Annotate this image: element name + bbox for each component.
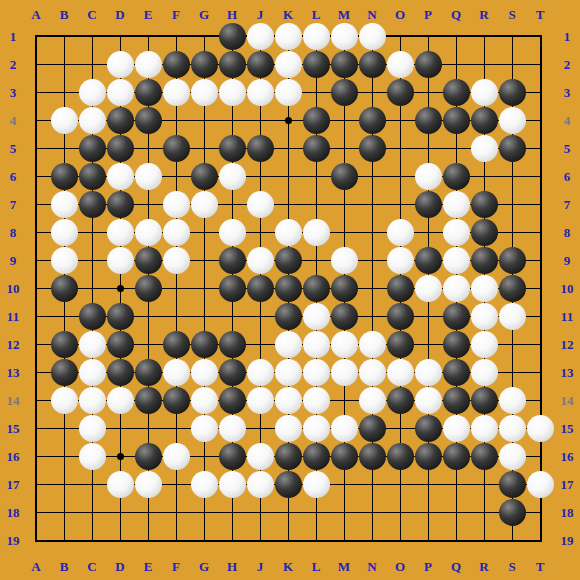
intersection-P14[interactable] — [414, 386, 442, 414]
intersection-S14[interactable] — [498, 386, 526, 414]
intersection-B9[interactable] — [50, 246, 78, 274]
intersection-G4[interactable] — [190, 106, 218, 134]
intersection-L17[interactable] — [302, 470, 330, 498]
intersection-L10[interactable] — [302, 274, 330, 302]
intersection-C6[interactable] — [78, 162, 106, 190]
intersection-N4[interactable] — [358, 106, 386, 134]
intersection-N17[interactable] — [358, 470, 386, 498]
intersection-O12[interactable] — [386, 330, 414, 358]
intersection-C13[interactable] — [78, 358, 106, 386]
intersection-F19[interactable] — [162, 526, 190, 554]
intersection-M14[interactable] — [330, 386, 358, 414]
intersection-B18[interactable] — [50, 498, 78, 526]
intersection-R9[interactable] — [470, 246, 498, 274]
intersection-F6[interactable] — [162, 162, 190, 190]
intersection-L1[interactable] — [302, 22, 330, 50]
intersection-C2[interactable] — [78, 50, 106, 78]
intersection-T3[interactable] — [526, 78, 554, 106]
intersection-D7[interactable] — [106, 190, 134, 218]
intersection-G6[interactable] — [190, 162, 218, 190]
intersection-E12[interactable] — [134, 330, 162, 358]
intersection-R5[interactable] — [470, 134, 498, 162]
intersection-M3[interactable] — [330, 78, 358, 106]
intersection-K12[interactable] — [274, 330, 302, 358]
intersection-G5[interactable] — [190, 134, 218, 162]
intersection-D15[interactable] — [106, 414, 134, 442]
intersection-A17[interactable] — [22, 470, 50, 498]
intersection-G18[interactable] — [190, 498, 218, 526]
intersection-L4[interactable] — [302, 106, 330, 134]
intersection-E1[interactable] — [134, 22, 162, 50]
intersection-N11[interactable] — [358, 302, 386, 330]
intersection-R11[interactable] — [470, 302, 498, 330]
intersection-Q7[interactable] — [442, 190, 470, 218]
intersection-L7[interactable] — [302, 190, 330, 218]
intersection-E15[interactable] — [134, 414, 162, 442]
intersection-O14[interactable] — [386, 386, 414, 414]
intersection-G13[interactable] — [190, 358, 218, 386]
intersection-M17[interactable] — [330, 470, 358, 498]
intersection-G19[interactable] — [190, 526, 218, 554]
intersection-S3[interactable] — [498, 78, 526, 106]
intersection-K14[interactable] — [274, 386, 302, 414]
intersection-H17[interactable] — [218, 470, 246, 498]
intersection-P6[interactable] — [414, 162, 442, 190]
intersection-G9[interactable] — [190, 246, 218, 274]
intersection-N18[interactable] — [358, 498, 386, 526]
intersection-G17[interactable] — [190, 470, 218, 498]
intersection-M18[interactable] — [330, 498, 358, 526]
intersection-G7[interactable] — [190, 190, 218, 218]
intersection-M1[interactable] — [330, 22, 358, 50]
intersection-Q3[interactable] — [442, 78, 470, 106]
intersection-A3[interactable] — [22, 78, 50, 106]
intersection-L6[interactable] — [302, 162, 330, 190]
intersection-Q6[interactable] — [442, 162, 470, 190]
intersection-K17[interactable] — [274, 470, 302, 498]
intersection-B8[interactable] — [50, 218, 78, 246]
intersection-M13[interactable] — [330, 358, 358, 386]
intersection-T13[interactable] — [526, 358, 554, 386]
intersection-H19[interactable] — [218, 526, 246, 554]
intersection-H7[interactable] — [218, 190, 246, 218]
intersection-L19[interactable] — [302, 526, 330, 554]
intersection-D18[interactable] — [106, 498, 134, 526]
intersection-A5[interactable] — [22, 134, 50, 162]
intersection-E4[interactable] — [134, 106, 162, 134]
intersection-L13[interactable] — [302, 358, 330, 386]
intersection-D12[interactable] — [106, 330, 134, 358]
intersection-M7[interactable] — [330, 190, 358, 218]
intersection-E16[interactable] — [134, 442, 162, 470]
intersection-O16[interactable] — [386, 442, 414, 470]
intersection-T6[interactable] — [526, 162, 554, 190]
intersection-R13[interactable] — [470, 358, 498, 386]
intersection-T15[interactable] — [526, 414, 554, 442]
intersection-A13[interactable] — [22, 358, 50, 386]
intersection-O1[interactable] — [386, 22, 414, 50]
intersection-B7[interactable] — [50, 190, 78, 218]
intersection-K8[interactable] — [274, 218, 302, 246]
intersection-T12[interactable] — [526, 330, 554, 358]
intersection-D9[interactable] — [106, 246, 134, 274]
intersection-D8[interactable] — [106, 218, 134, 246]
intersection-A19[interactable] — [22, 526, 50, 554]
intersection-C14[interactable] — [78, 386, 106, 414]
intersection-M10[interactable] — [330, 274, 358, 302]
intersection-S19[interactable] — [498, 526, 526, 554]
intersection-F5[interactable] — [162, 134, 190, 162]
intersection-H10[interactable] — [218, 274, 246, 302]
intersection-P1[interactable] — [414, 22, 442, 50]
intersection-S4[interactable] — [498, 106, 526, 134]
intersection-C9[interactable] — [78, 246, 106, 274]
intersection-K7[interactable] — [274, 190, 302, 218]
intersection-T2[interactable] — [526, 50, 554, 78]
intersection-Q15[interactable] — [442, 414, 470, 442]
intersection-B17[interactable] — [50, 470, 78, 498]
intersection-R16[interactable] — [470, 442, 498, 470]
intersection-G10[interactable] — [190, 274, 218, 302]
intersection-T5[interactable] — [526, 134, 554, 162]
intersection-T16[interactable] — [526, 442, 554, 470]
intersection-A15[interactable] — [22, 414, 50, 442]
intersection-O10[interactable] — [386, 274, 414, 302]
intersection-D19[interactable] — [106, 526, 134, 554]
intersection-J18[interactable] — [246, 498, 274, 526]
intersection-D17[interactable] — [106, 470, 134, 498]
intersection-T14[interactable] — [526, 386, 554, 414]
intersection-S12[interactable] — [498, 330, 526, 358]
intersection-G12[interactable] — [190, 330, 218, 358]
intersection-P9[interactable] — [414, 246, 442, 274]
intersection-Q19[interactable] — [442, 526, 470, 554]
intersection-G1[interactable] — [190, 22, 218, 50]
intersection-H14[interactable] — [218, 386, 246, 414]
intersection-T18[interactable] — [526, 498, 554, 526]
intersection-R8[interactable] — [470, 218, 498, 246]
intersection-N1[interactable] — [358, 22, 386, 50]
intersection-D14[interactable] — [106, 386, 134, 414]
intersection-E14[interactable] — [134, 386, 162, 414]
intersection-H9[interactable] — [218, 246, 246, 274]
intersection-B13[interactable] — [50, 358, 78, 386]
intersection-N13[interactable] — [358, 358, 386, 386]
intersection-B16[interactable] — [50, 442, 78, 470]
intersection-B2[interactable] — [50, 50, 78, 78]
board-intersections[interactable] — [22, 22, 554, 554]
intersection-C3[interactable] — [78, 78, 106, 106]
intersection-K2[interactable] — [274, 50, 302, 78]
intersection-S6[interactable] — [498, 162, 526, 190]
intersection-Q18[interactable] — [442, 498, 470, 526]
intersection-E13[interactable] — [134, 358, 162, 386]
intersection-P18[interactable] — [414, 498, 442, 526]
intersection-B6[interactable] — [50, 162, 78, 190]
intersection-J17[interactable] — [246, 470, 274, 498]
intersection-D4[interactable] — [106, 106, 134, 134]
intersection-L18[interactable] — [302, 498, 330, 526]
intersection-D11[interactable] — [106, 302, 134, 330]
intersection-R17[interactable] — [470, 470, 498, 498]
intersection-A12[interactable] — [22, 330, 50, 358]
intersection-S15[interactable] — [498, 414, 526, 442]
intersection-O6[interactable] — [386, 162, 414, 190]
intersection-A9[interactable] — [22, 246, 50, 274]
intersection-Q13[interactable] — [442, 358, 470, 386]
intersection-R6[interactable] — [470, 162, 498, 190]
intersection-F8[interactable] — [162, 218, 190, 246]
intersection-S10[interactable] — [498, 274, 526, 302]
intersection-M11[interactable] — [330, 302, 358, 330]
intersection-H13[interactable] — [218, 358, 246, 386]
intersection-O9[interactable] — [386, 246, 414, 274]
intersection-M12[interactable] — [330, 330, 358, 358]
intersection-J5[interactable] — [246, 134, 274, 162]
intersection-F11[interactable] — [162, 302, 190, 330]
intersection-R4[interactable] — [470, 106, 498, 134]
intersection-O3[interactable] — [386, 78, 414, 106]
intersection-C18[interactable] — [78, 498, 106, 526]
intersection-G16[interactable] — [190, 442, 218, 470]
intersection-J13[interactable] — [246, 358, 274, 386]
intersection-B11[interactable] — [50, 302, 78, 330]
intersection-J10[interactable] — [246, 274, 274, 302]
intersection-D16[interactable] — [106, 442, 134, 470]
intersection-N6[interactable] — [358, 162, 386, 190]
intersection-R10[interactable] — [470, 274, 498, 302]
intersection-N3[interactable] — [358, 78, 386, 106]
intersection-K15[interactable] — [274, 414, 302, 442]
intersection-O4[interactable] — [386, 106, 414, 134]
intersection-E3[interactable] — [134, 78, 162, 106]
intersection-T10[interactable] — [526, 274, 554, 302]
intersection-S17[interactable] — [498, 470, 526, 498]
intersection-O18[interactable] — [386, 498, 414, 526]
intersection-S8[interactable] — [498, 218, 526, 246]
intersection-T11[interactable] — [526, 302, 554, 330]
intersection-T8[interactable] — [526, 218, 554, 246]
intersection-J2[interactable] — [246, 50, 274, 78]
intersection-F7[interactable] — [162, 190, 190, 218]
intersection-S1[interactable] — [498, 22, 526, 50]
intersection-D3[interactable] — [106, 78, 134, 106]
intersection-C10[interactable] — [78, 274, 106, 302]
intersection-N15[interactable] — [358, 414, 386, 442]
intersection-F18[interactable] — [162, 498, 190, 526]
intersection-F15[interactable] — [162, 414, 190, 442]
intersection-N9[interactable] — [358, 246, 386, 274]
intersection-D1[interactable] — [106, 22, 134, 50]
intersection-F3[interactable] — [162, 78, 190, 106]
intersection-J4[interactable] — [246, 106, 274, 134]
intersection-H1[interactable] — [218, 22, 246, 50]
intersection-Q4[interactable] — [442, 106, 470, 134]
intersection-A2[interactable] — [22, 50, 50, 78]
intersection-R3[interactable] — [470, 78, 498, 106]
intersection-F12[interactable] — [162, 330, 190, 358]
intersection-S5[interactable] — [498, 134, 526, 162]
intersection-K10[interactable] — [274, 274, 302, 302]
intersection-H16[interactable] — [218, 442, 246, 470]
intersection-C8[interactable] — [78, 218, 106, 246]
intersection-P16[interactable] — [414, 442, 442, 470]
intersection-T1[interactable] — [526, 22, 554, 50]
intersection-E7[interactable] — [134, 190, 162, 218]
intersection-H8[interactable] — [218, 218, 246, 246]
intersection-C4[interactable] — [78, 106, 106, 134]
intersection-J1[interactable] — [246, 22, 274, 50]
intersection-J19[interactable] — [246, 526, 274, 554]
intersection-C5[interactable] — [78, 134, 106, 162]
intersection-P15[interactable] — [414, 414, 442, 442]
intersection-R15[interactable] — [470, 414, 498, 442]
intersection-T9[interactable] — [526, 246, 554, 274]
intersection-J12[interactable] — [246, 330, 274, 358]
intersection-P4[interactable] — [414, 106, 442, 134]
intersection-O13[interactable] — [386, 358, 414, 386]
intersection-O11[interactable] — [386, 302, 414, 330]
intersection-Q14[interactable] — [442, 386, 470, 414]
intersection-D13[interactable] — [106, 358, 134, 386]
intersection-S18[interactable] — [498, 498, 526, 526]
intersection-E10[interactable] — [134, 274, 162, 302]
intersection-A14[interactable] — [22, 386, 50, 414]
intersection-T17[interactable] — [526, 470, 554, 498]
intersection-L5[interactable] — [302, 134, 330, 162]
intersection-H2[interactable] — [218, 50, 246, 78]
intersection-O2[interactable] — [386, 50, 414, 78]
intersection-Q16[interactable] — [442, 442, 470, 470]
intersection-F2[interactable] — [162, 50, 190, 78]
intersection-F1[interactable] — [162, 22, 190, 50]
intersection-L11[interactable] — [302, 302, 330, 330]
intersection-Q10[interactable] — [442, 274, 470, 302]
intersection-Q1[interactable] — [442, 22, 470, 50]
intersection-T19[interactable] — [526, 526, 554, 554]
intersection-M8[interactable] — [330, 218, 358, 246]
intersection-E18[interactable] — [134, 498, 162, 526]
intersection-B14[interactable] — [50, 386, 78, 414]
intersection-J16[interactable] — [246, 442, 274, 470]
intersection-G11[interactable] — [190, 302, 218, 330]
intersection-H4[interactable] — [218, 106, 246, 134]
intersection-S9[interactable] — [498, 246, 526, 274]
intersection-S13[interactable] — [498, 358, 526, 386]
intersection-E5[interactable] — [134, 134, 162, 162]
intersection-R12[interactable] — [470, 330, 498, 358]
intersection-M2[interactable] — [330, 50, 358, 78]
intersection-N14[interactable] — [358, 386, 386, 414]
intersection-H3[interactable] — [218, 78, 246, 106]
intersection-H12[interactable] — [218, 330, 246, 358]
intersection-Q17[interactable] — [442, 470, 470, 498]
intersection-B15[interactable] — [50, 414, 78, 442]
intersection-J3[interactable] — [246, 78, 274, 106]
intersection-B1[interactable] — [50, 22, 78, 50]
intersection-Q2[interactable] — [442, 50, 470, 78]
intersection-J8[interactable] — [246, 218, 274, 246]
intersection-J7[interactable] — [246, 190, 274, 218]
intersection-K18[interactable] — [274, 498, 302, 526]
intersection-Q8[interactable] — [442, 218, 470, 246]
intersection-C12[interactable] — [78, 330, 106, 358]
intersection-M16[interactable] — [330, 442, 358, 470]
intersection-H6[interactable] — [218, 162, 246, 190]
intersection-K6[interactable] — [274, 162, 302, 190]
intersection-E19[interactable] — [134, 526, 162, 554]
intersection-A11[interactable] — [22, 302, 50, 330]
intersection-G3[interactable] — [190, 78, 218, 106]
intersection-B4[interactable] — [50, 106, 78, 134]
intersection-C1[interactable] — [78, 22, 106, 50]
intersection-N10[interactable] — [358, 274, 386, 302]
intersection-R19[interactable] — [470, 526, 498, 554]
intersection-M15[interactable] — [330, 414, 358, 442]
intersection-E8[interactable] — [134, 218, 162, 246]
intersection-A10[interactable] — [22, 274, 50, 302]
intersection-P17[interactable] — [414, 470, 442, 498]
intersection-E11[interactable] — [134, 302, 162, 330]
intersection-K11[interactable] — [274, 302, 302, 330]
intersection-K4[interactable] — [274, 106, 302, 134]
intersection-A18[interactable] — [22, 498, 50, 526]
intersection-J6[interactable] — [246, 162, 274, 190]
intersection-F9[interactable] — [162, 246, 190, 274]
intersection-A4[interactable] — [22, 106, 50, 134]
intersection-P2[interactable] — [414, 50, 442, 78]
intersection-P7[interactable] — [414, 190, 442, 218]
intersection-P12[interactable] — [414, 330, 442, 358]
intersection-L9[interactable] — [302, 246, 330, 274]
intersection-F16[interactable] — [162, 442, 190, 470]
intersection-K13[interactable] — [274, 358, 302, 386]
intersection-A16[interactable] — [22, 442, 50, 470]
intersection-D6[interactable] — [106, 162, 134, 190]
intersection-A8[interactable] — [22, 218, 50, 246]
intersection-A6[interactable] — [22, 162, 50, 190]
intersection-N8[interactable] — [358, 218, 386, 246]
intersection-T7[interactable] — [526, 190, 554, 218]
intersection-L2[interactable] — [302, 50, 330, 78]
intersection-K19[interactable] — [274, 526, 302, 554]
intersection-C16[interactable] — [78, 442, 106, 470]
intersection-F4[interactable] — [162, 106, 190, 134]
intersection-J11[interactable] — [246, 302, 274, 330]
intersection-G15[interactable] — [190, 414, 218, 442]
intersection-P8[interactable] — [414, 218, 442, 246]
intersection-H15[interactable] — [218, 414, 246, 442]
intersection-O8[interactable] — [386, 218, 414, 246]
intersection-M4[interactable] — [330, 106, 358, 134]
intersection-S11[interactable] — [498, 302, 526, 330]
intersection-N12[interactable] — [358, 330, 386, 358]
intersection-R1[interactable] — [470, 22, 498, 50]
intersection-C15[interactable] — [78, 414, 106, 442]
intersection-R7[interactable] — [470, 190, 498, 218]
intersection-B10[interactable] — [50, 274, 78, 302]
intersection-L15[interactable] — [302, 414, 330, 442]
intersection-C17[interactable] — [78, 470, 106, 498]
intersection-R18[interactable] — [470, 498, 498, 526]
intersection-B12[interactable] — [50, 330, 78, 358]
intersection-C19[interactable] — [78, 526, 106, 554]
intersection-L14[interactable] — [302, 386, 330, 414]
intersection-R14[interactable] — [470, 386, 498, 414]
intersection-S16[interactable] — [498, 442, 526, 470]
intersection-E9[interactable] — [134, 246, 162, 274]
intersection-B5[interactable] — [50, 134, 78, 162]
